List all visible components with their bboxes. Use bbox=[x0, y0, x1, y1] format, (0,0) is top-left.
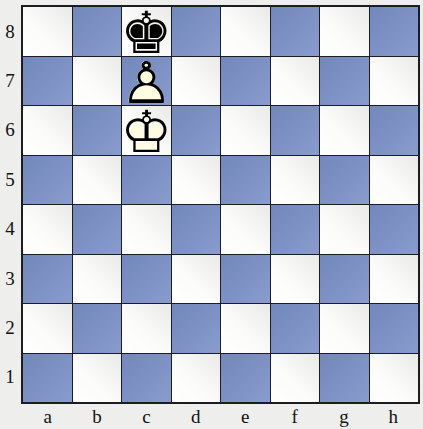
rank-label-8: 8 bbox=[0, 7, 20, 56]
rank-label-3: 3 bbox=[0, 254, 20, 303]
square-a5[interactable] bbox=[23, 156, 72, 205]
square-g7[interactable] bbox=[320, 57, 369, 106]
square-d3[interactable] bbox=[172, 255, 221, 304]
square-a6[interactable] bbox=[23, 106, 72, 155]
square-e2[interactable] bbox=[221, 304, 270, 353]
square-e7[interactable] bbox=[221, 57, 270, 106]
square-d4[interactable] bbox=[172, 205, 221, 254]
rank-label-7: 7 bbox=[0, 56, 20, 105]
rank-label-5: 5 bbox=[0, 155, 20, 204]
square-g6[interactable] bbox=[320, 106, 369, 155]
square-b1[interactable] bbox=[73, 354, 122, 403]
file-label-a: a bbox=[23, 405, 72, 428]
file-label-f: f bbox=[270, 405, 319, 428]
square-h5[interactable] bbox=[370, 156, 419, 205]
file-label-c: c bbox=[122, 405, 171, 428]
square-f2[interactable] bbox=[271, 304, 320, 353]
square-d6[interactable] bbox=[172, 106, 221, 155]
square-h6[interactable] bbox=[370, 106, 419, 155]
square-c2[interactable] bbox=[122, 304, 171, 353]
square-d7[interactable] bbox=[172, 57, 221, 106]
square-a3[interactable] bbox=[23, 255, 72, 304]
square-h4[interactable] bbox=[370, 205, 419, 254]
square-b3[interactable] bbox=[73, 255, 122, 304]
square-a4[interactable] bbox=[23, 205, 72, 254]
square-h3[interactable] bbox=[370, 255, 419, 304]
square-g3[interactable] bbox=[320, 255, 369, 304]
square-f6[interactable] bbox=[271, 106, 320, 155]
square-e3[interactable] bbox=[221, 255, 270, 304]
square-b6[interactable] bbox=[73, 106, 122, 155]
square-h1[interactable] bbox=[370, 354, 419, 403]
rank-label-4: 4 bbox=[0, 205, 20, 254]
square-a1[interactable] bbox=[23, 354, 72, 403]
square-h2[interactable] bbox=[370, 304, 419, 353]
square-b7[interactable] bbox=[73, 57, 122, 106]
square-b2[interactable] bbox=[73, 304, 122, 353]
square-d1[interactable] bbox=[172, 354, 221, 403]
rank-label-6: 6 bbox=[0, 106, 20, 155]
square-d5[interactable] bbox=[172, 156, 221, 205]
square-f5[interactable] bbox=[271, 156, 320, 205]
square-d8[interactable] bbox=[172, 7, 221, 56]
square-b4[interactable] bbox=[73, 205, 122, 254]
chess-diagram: 87654321 ♚♟♙♚♔ abcdefgh bbox=[0, 0, 423, 429]
file-label-e: e bbox=[221, 405, 270, 428]
square-g8[interactable] bbox=[320, 7, 369, 56]
square-f1[interactable] bbox=[271, 354, 320, 403]
square-e5[interactable] bbox=[221, 156, 270, 205]
white-king-c6[interactable]: ♚♔ bbox=[122, 108, 171, 157]
square-g5[interactable] bbox=[320, 156, 369, 205]
file-label-d: d bbox=[171, 405, 220, 428]
square-f7[interactable] bbox=[271, 57, 320, 106]
square-f8[interactable] bbox=[271, 7, 320, 56]
square-e6[interactable] bbox=[221, 106, 270, 155]
square-d2[interactable] bbox=[172, 304, 221, 353]
square-a7[interactable] bbox=[23, 57, 72, 106]
square-g2[interactable] bbox=[320, 304, 369, 353]
rank-label-1: 1 bbox=[0, 353, 20, 402]
square-h7[interactable] bbox=[370, 57, 419, 106]
square-g1[interactable] bbox=[320, 354, 369, 403]
chess-board: ♚♟♙♚♔ bbox=[21, 5, 420, 404]
rank-labels: 87654321 bbox=[0, 7, 20, 402]
square-h8[interactable] bbox=[370, 7, 419, 56]
rank-label-2: 2 bbox=[0, 303, 20, 352]
square-f4[interactable] bbox=[271, 205, 320, 254]
square-c1[interactable] bbox=[122, 354, 171, 403]
square-f3[interactable] bbox=[271, 255, 320, 304]
square-c6[interactable]: ♚♔ bbox=[122, 106, 171, 155]
piece-outline-glyph: ♔ bbox=[122, 108, 171, 157]
file-label-h: h bbox=[369, 405, 418, 428]
file-labels: abcdefgh bbox=[23, 405, 418, 428]
file-label-b: b bbox=[72, 405, 121, 428]
square-c3[interactable] bbox=[122, 255, 171, 304]
square-c4[interactable] bbox=[122, 205, 171, 254]
square-g4[interactable] bbox=[320, 205, 369, 254]
square-a8[interactable] bbox=[23, 7, 72, 56]
square-a2[interactable] bbox=[23, 304, 72, 353]
file-label-g: g bbox=[319, 405, 368, 428]
square-e1[interactable] bbox=[221, 354, 270, 403]
square-b5[interactable] bbox=[73, 156, 122, 205]
square-e8[interactable] bbox=[221, 7, 270, 56]
square-c5[interactable] bbox=[122, 156, 171, 205]
square-e4[interactable] bbox=[221, 205, 270, 254]
square-b8[interactable] bbox=[73, 7, 122, 56]
